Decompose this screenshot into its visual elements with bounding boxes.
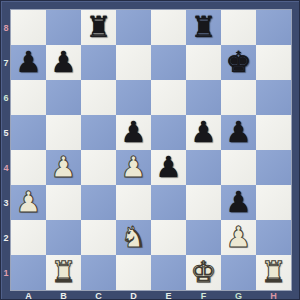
square-d6[interactable] (116, 80, 151, 115)
black-pawn-a7: ♟ (11, 45, 46, 80)
rank-label-6: 6 (1, 80, 11, 115)
square-f3[interactable] (186, 185, 221, 220)
square-g1[interactable] (221, 255, 256, 290)
rank-label-5: 5 (1, 115, 11, 150)
square-b1[interactable]: ♜ (46, 255, 81, 290)
square-c8[interactable]: ♜ (81, 10, 116, 45)
white-pawn-d4: ♟ (116, 150, 151, 185)
square-h7[interactable] (256, 45, 291, 80)
square-b3[interactable] (46, 185, 81, 220)
square-f5[interactable]: ♟ (186, 115, 221, 150)
square-d5[interactable]: ♟ (116, 115, 151, 150)
square-h6[interactable] (256, 80, 291, 115)
white-rook-b1: ♜ (46, 255, 81, 290)
square-d7[interactable] (116, 45, 151, 80)
square-d2[interactable]: ♞ (116, 220, 151, 255)
rank-label-4: 4 (1, 150, 11, 185)
square-g6[interactable] (221, 80, 256, 115)
square-g8[interactable] (221, 10, 256, 45)
square-g7[interactable]: ♚ (221, 45, 256, 80)
white-pawn-b4: ♟ (46, 150, 81, 185)
black-rook-f8: ♜ (186, 10, 221, 45)
chess-diagram: 87654321 ♜♜♟♟♚♟♟♟♟♟♟♟♟♞♟♜♚♜ ABCDEFGH (0, 0, 300, 300)
file-label-D: D (116, 290, 151, 300)
rank-label-2: 2 (1, 220, 11, 255)
square-f7[interactable] (186, 45, 221, 80)
black-pawn-e4: ♟ (151, 150, 186, 185)
black-rook-c8: ♜ (81, 10, 116, 45)
square-d3[interactable] (116, 185, 151, 220)
square-f4[interactable] (186, 150, 221, 185)
square-a8[interactable] (11, 10, 46, 45)
square-d8[interactable] (116, 10, 151, 45)
square-e5[interactable] (151, 115, 186, 150)
square-b5[interactable] (46, 115, 81, 150)
square-a5[interactable] (11, 115, 46, 150)
square-b6[interactable] (46, 80, 81, 115)
square-c4[interactable] (81, 150, 116, 185)
black-king-g7: ♚ (221, 45, 256, 80)
square-e1[interactable] (151, 255, 186, 290)
square-c1[interactable] (81, 255, 116, 290)
square-e4[interactable]: ♟ (151, 150, 186, 185)
square-h1[interactable]: ♜ (256, 255, 291, 290)
white-pawn-a3: ♟ (11, 185, 46, 220)
square-e3[interactable] (151, 185, 186, 220)
square-h4[interactable] (256, 150, 291, 185)
square-h8[interactable] (256, 10, 291, 45)
square-c7[interactable] (81, 45, 116, 80)
file-label-H: H (256, 290, 291, 300)
black-pawn-b7: ♟ (46, 45, 81, 80)
square-e6[interactable] (151, 80, 186, 115)
rank-labels: 87654321 (1, 10, 11, 290)
chess-board: ♜♜♟♟♚♟♟♟♟♟♟♟♟♞♟♜♚♜ (11, 10, 291, 290)
square-e2[interactable] (151, 220, 186, 255)
square-f6[interactable] (186, 80, 221, 115)
file-labels: ABCDEFGH (11, 290, 291, 300)
square-a7[interactable]: ♟ (11, 45, 46, 80)
black-pawn-g3: ♟ (221, 185, 256, 220)
rank-label-3: 3 (1, 185, 11, 220)
square-d1[interactable] (116, 255, 151, 290)
white-knight-d2: ♞ (116, 220, 151, 255)
square-h2[interactable] (256, 220, 291, 255)
rank-label-8: 8 (1, 10, 11, 45)
square-a6[interactable] (11, 80, 46, 115)
black-pawn-f5: ♟ (186, 115, 221, 150)
square-b4[interactable]: ♟ (46, 150, 81, 185)
square-b2[interactable] (46, 220, 81, 255)
rank-label-1: 1 (1, 255, 11, 290)
square-g3[interactable]: ♟ (221, 185, 256, 220)
square-b7[interactable]: ♟ (46, 45, 81, 80)
square-b8[interactable] (46, 10, 81, 45)
square-c3[interactable] (81, 185, 116, 220)
square-g5[interactable]: ♟ (221, 115, 256, 150)
black-pawn-d5: ♟ (116, 115, 151, 150)
square-f1[interactable]: ♚ (186, 255, 221, 290)
square-h3[interactable] (256, 185, 291, 220)
file-label-G: G (221, 290, 256, 300)
square-d4[interactable]: ♟ (116, 150, 151, 185)
square-e8[interactable] (151, 10, 186, 45)
file-label-A: A (11, 290, 46, 300)
square-f8[interactable]: ♜ (186, 10, 221, 45)
black-pawn-g5: ♟ (221, 115, 256, 150)
white-king-f1: ♚ (186, 255, 221, 290)
square-c5[interactable] (81, 115, 116, 150)
square-g4[interactable] (221, 150, 256, 185)
file-label-B: B (46, 290, 81, 300)
square-e7[interactable] (151, 45, 186, 80)
file-label-E: E (151, 290, 186, 300)
file-label-C: C (81, 290, 116, 300)
square-h5[interactable] (256, 115, 291, 150)
square-g2[interactable]: ♟ (221, 220, 256, 255)
square-a3[interactable]: ♟ (11, 185, 46, 220)
square-c2[interactable] (81, 220, 116, 255)
rank-label-7: 7 (1, 45, 11, 80)
square-a1[interactable] (11, 255, 46, 290)
square-c6[interactable] (81, 80, 116, 115)
white-rook-h1: ♜ (256, 255, 291, 290)
white-pawn-g2: ♟ (221, 220, 256, 255)
square-f2[interactable] (186, 220, 221, 255)
square-a2[interactable] (11, 220, 46, 255)
file-label-F: F (186, 290, 221, 300)
square-a4[interactable] (11, 150, 46, 185)
